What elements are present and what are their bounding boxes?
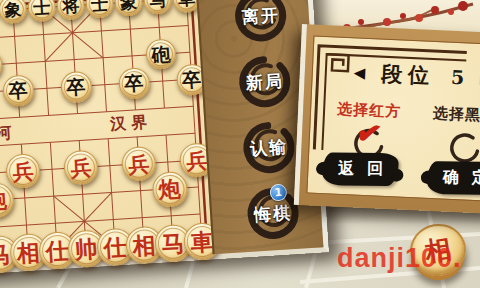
choose-black-label: 选择黑方	[417, 103, 480, 126]
leave-button[interactable]: 离开	[230, 0, 292, 47]
watermark-text: danji100.	[337, 243, 462, 274]
settings-panel: ◀ 段位 5 ▶ 选择红方 ✔ 选择黑方	[294, 24, 480, 214]
confirm-button[interactable]: 确定	[427, 161, 480, 195]
xiangqi-board[interactable]: 楚河 汉界 車马象士将士象马車砲砲卒卒卒卒卒兵兵兵兵兵炮炮車马相仕帅仕相马車	[0, 0, 212, 267]
choose-black-option: 选择黑方	[415, 103, 480, 167]
back-button[interactable]: 返回	[322, 152, 398, 186]
resign-button[interactable]: 认输	[238, 117, 300, 179]
game-screen: 相 danji100.	[0, 0, 480, 288]
rank-label: 段位	[381, 60, 436, 90]
settings-panel-inner: ◀ 段位 5 ▶ 选择红方 ✔ 选择黑方	[306, 36, 480, 203]
rank-value: 5	[451, 66, 465, 89]
river-label-right: 汉界	[109, 112, 153, 134]
rank-decrease-arrow-icon[interactable]: ◀	[353, 65, 365, 81]
new-game-button[interactable]: 新局	[234, 51, 296, 113]
river-label-left: 楚河	[0, 122, 17, 144]
board-panel: 楚河 汉界 車马象士将士象马車砲砲卒卒卒卒卒兵兵兵兵兵炮炮車马相仕帅仕相马車 离…	[0, 0, 329, 275]
